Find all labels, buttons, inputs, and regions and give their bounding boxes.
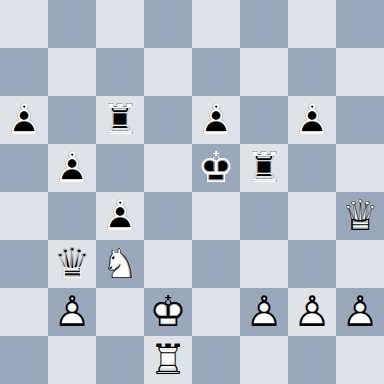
square-e5[interactable]: ♚♔ (192, 144, 240, 192)
square-c8[interactable] (96, 0, 144, 48)
square-h8[interactable] (336, 0, 384, 48)
square-e3[interactable] (192, 240, 240, 288)
piece-black-pawn[interactable]: ♟♙ (0, 96, 48, 144)
square-b3[interactable]: ♛♕ (48, 240, 96, 288)
square-b1[interactable] (48, 336, 96, 384)
square-d7[interactable] (144, 48, 192, 96)
square-e1[interactable] (192, 336, 240, 384)
square-a6[interactable]: ♟♙ (0, 96, 48, 144)
square-g3[interactable] (288, 240, 336, 288)
square-h4[interactable]: ♛♕ (336, 192, 384, 240)
square-a2[interactable] (0, 288, 48, 336)
piece-white-pawn[interactable]: ♟♙ (288, 288, 336, 336)
piece-outline-glyph: ♙ (192, 96, 240, 144)
square-g4[interactable] (288, 192, 336, 240)
square-f1[interactable] (240, 336, 288, 384)
piece-white-rook[interactable]: ♜♖ (144, 336, 192, 384)
piece-black-pawn[interactable]: ♟♙ (288, 96, 336, 144)
piece-outline-glyph: ♖ (240, 144, 288, 192)
square-d3[interactable] (144, 240, 192, 288)
piece-outline-glyph: ♙ (240, 288, 288, 336)
piece-outline-glyph: ♙ (96, 192, 144, 240)
piece-black-rook[interactable]: ♜♖ (96, 96, 144, 144)
piece-white-queen[interactable]: ♛♕ (336, 192, 384, 240)
square-h3[interactable] (336, 240, 384, 288)
square-c4[interactable]: ♟♙ (96, 192, 144, 240)
square-g2[interactable]: ♟♙ (288, 288, 336, 336)
square-b8[interactable] (48, 0, 96, 48)
square-c2[interactable] (96, 288, 144, 336)
piece-outline-glyph: ♙ (0, 96, 48, 144)
square-g1[interactable] (288, 336, 336, 384)
piece-white-pawn[interactable]: ♟♙ (48, 288, 96, 336)
square-d6[interactable] (144, 96, 192, 144)
square-d4[interactable] (144, 192, 192, 240)
square-a8[interactable] (0, 0, 48, 48)
square-h7[interactable] (336, 48, 384, 96)
piece-outline-glyph: ♔ (192, 144, 240, 192)
piece-black-pawn[interactable]: ♟♙ (48, 144, 96, 192)
square-b2[interactable]: ♟♙ (48, 288, 96, 336)
square-a4[interactable] (0, 192, 48, 240)
piece-black-rook[interactable]: ♜♖ (240, 144, 288, 192)
square-a5[interactable] (0, 144, 48, 192)
piece-black-king[interactable]: ♚♔ (192, 144, 240, 192)
square-g5[interactable] (288, 144, 336, 192)
square-b7[interactable] (48, 48, 96, 96)
piece-black-pawn[interactable]: ♟♙ (192, 96, 240, 144)
piece-outline-glyph: ♙ (288, 96, 336, 144)
square-f3[interactable] (240, 240, 288, 288)
square-h6[interactable] (336, 96, 384, 144)
square-d8[interactable] (144, 0, 192, 48)
square-f7[interactable] (240, 48, 288, 96)
square-c7[interactable] (96, 48, 144, 96)
square-f2[interactable]: ♟♙ (240, 288, 288, 336)
piece-outline-glyph: ♔ (144, 288, 192, 336)
square-f4[interactable] (240, 192, 288, 240)
square-d5[interactable] (144, 144, 192, 192)
piece-outline-glyph: ♘ (96, 240, 144, 288)
square-a7[interactable] (0, 48, 48, 96)
piece-white-knight[interactable]: ♞♘ (96, 240, 144, 288)
square-b5[interactable]: ♟♙ (48, 144, 96, 192)
piece-outline-glyph: ♙ (48, 288, 96, 336)
piece-white-king[interactable]: ♚♔ (144, 288, 192, 336)
piece-outline-glyph: ♖ (96, 96, 144, 144)
square-h5[interactable] (336, 144, 384, 192)
piece-outline-glyph: ♖ (144, 336, 192, 384)
square-h1[interactable] (336, 336, 384, 384)
square-c3[interactable]: ♞♘ (96, 240, 144, 288)
square-d2[interactable]: ♚♔ (144, 288, 192, 336)
square-c5[interactable] (96, 144, 144, 192)
square-h2[interactable]: ♟♙ (336, 288, 384, 336)
square-e2[interactable] (192, 288, 240, 336)
square-e7[interactable] (192, 48, 240, 96)
piece-outline-glyph: ♙ (288, 288, 336, 336)
square-a1[interactable] (0, 336, 48, 384)
square-f5[interactable]: ♜♖ (240, 144, 288, 192)
square-g8[interactable] (288, 0, 336, 48)
square-g7[interactable] (288, 48, 336, 96)
square-d1[interactable]: ♜♖ (144, 336, 192, 384)
square-c6[interactable]: ♜♖ (96, 96, 144, 144)
piece-outline-glyph: ♕ (336, 192, 384, 240)
square-f8[interactable] (240, 0, 288, 48)
piece-outline-glyph: ♕ (48, 240, 96, 288)
square-b6[interactable] (48, 96, 96, 144)
piece-black-pawn[interactable]: ♟♙ (96, 192, 144, 240)
square-c1[interactable] (96, 336, 144, 384)
piece-white-pawn[interactable]: ♟♙ (240, 288, 288, 336)
piece-black-queen[interactable]: ♛♕ (48, 240, 96, 288)
piece-outline-glyph: ♙ (48, 144, 96, 192)
piece-outline-glyph: ♙ (336, 288, 384, 336)
square-g6[interactable]: ♟♙ (288, 96, 336, 144)
square-a3[interactable] (0, 240, 48, 288)
piece-white-pawn[interactable]: ♟♙ (336, 288, 384, 336)
square-f6[interactable] (240, 96, 288, 144)
square-b4[interactable] (48, 192, 96, 240)
square-e4[interactable] (192, 192, 240, 240)
square-e6[interactable]: ♟♙ (192, 96, 240, 144)
square-e8[interactable] (192, 0, 240, 48)
chess-board: ♟♙♜♖♟♙♟♙♟♙♚♔♜♖♟♙♛♕♛♕♞♘♟♙♚♔♟♙♟♙♟♙♜♖ (0, 0, 384, 384)
